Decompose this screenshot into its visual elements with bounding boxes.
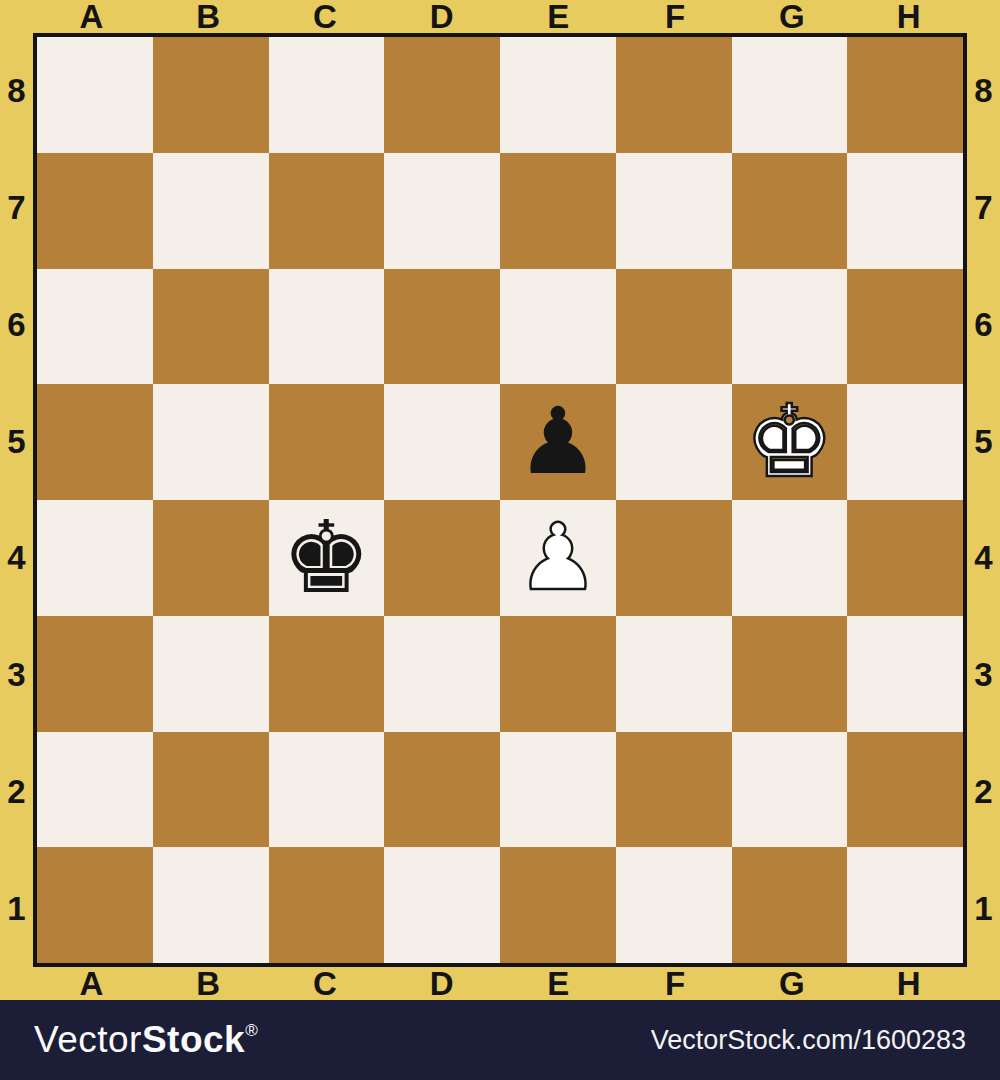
square-b8 xyxy=(153,37,269,153)
square-c7 xyxy=(269,153,385,269)
square-g6 xyxy=(732,269,848,385)
square-b6 xyxy=(153,269,269,385)
rank-label-left-4: 4 xyxy=(0,500,33,617)
file-label-bottom-a: A xyxy=(33,967,150,1000)
square-d4 xyxy=(384,500,500,616)
square-g1 xyxy=(732,847,848,963)
square-f8 xyxy=(616,37,732,153)
square-b2 xyxy=(153,732,269,848)
square-a2 xyxy=(37,732,153,848)
square-b3 xyxy=(153,616,269,732)
square-h1 xyxy=(847,847,963,963)
rank-label-left-8: 8 xyxy=(0,33,33,150)
rank-label-left-5: 5 xyxy=(0,383,33,500)
square-e6 xyxy=(500,269,616,385)
file-label-top-d: D xyxy=(383,0,500,33)
board-frame: ABCDEFGH ABCDEFGH 87654321 87654321 ♟♚♚♟ xyxy=(0,0,1000,1000)
black-king: ♚ xyxy=(282,508,372,608)
square-f2 xyxy=(616,732,732,848)
file-labels-bottom: ABCDEFGH xyxy=(33,967,967,1000)
file-label-top-h: H xyxy=(850,0,967,33)
file-label-bottom-h: H xyxy=(850,967,967,1000)
square-b7 xyxy=(153,153,269,269)
square-g7 xyxy=(732,153,848,269)
file-label-top-b: B xyxy=(150,0,267,33)
square-f5 xyxy=(616,384,732,500)
square-h7 xyxy=(847,153,963,269)
chess-board: ♟♚♚♟ xyxy=(33,33,967,967)
square-h2 xyxy=(847,732,963,848)
white-king: ♚ xyxy=(745,392,835,492)
white-pawn: ♟ xyxy=(517,512,599,604)
square-g8 xyxy=(732,37,848,153)
rank-labels-left: 87654321 xyxy=(0,33,33,967)
square-e8 xyxy=(500,37,616,153)
square-c3 xyxy=(269,616,385,732)
rank-label-right-6: 6 xyxy=(967,267,1000,384)
square-e7 xyxy=(500,153,616,269)
square-e1 xyxy=(500,847,616,963)
square-h3 xyxy=(847,616,963,732)
square-d1 xyxy=(384,847,500,963)
rank-label-right-3: 3 xyxy=(967,617,1000,734)
square-e2 xyxy=(500,732,616,848)
square-h6 xyxy=(847,269,963,385)
file-label-bottom-e: E xyxy=(500,967,617,1000)
watermark-bar: VectorStock® VectorStock.com/1600283 xyxy=(0,1000,1000,1080)
rank-label-left-2: 2 xyxy=(0,734,33,851)
file-label-bottom-g: G xyxy=(734,967,851,1000)
square-a5 xyxy=(37,384,153,500)
square-e5: ♟ xyxy=(500,384,616,500)
square-b5 xyxy=(153,384,269,500)
rank-label-left-3: 3 xyxy=(0,617,33,734)
square-a7 xyxy=(37,153,153,269)
square-c4: ♚ xyxy=(269,500,385,616)
file-label-bottom-f: F xyxy=(617,967,734,1000)
square-f1 xyxy=(616,847,732,963)
square-c8 xyxy=(269,37,385,153)
square-c2 xyxy=(269,732,385,848)
rank-labels-right: 87654321 xyxy=(967,33,1000,967)
square-a3 xyxy=(37,616,153,732)
square-e4: ♟ xyxy=(500,500,616,616)
square-d7 xyxy=(384,153,500,269)
square-a8 xyxy=(37,37,153,153)
vectorstock-logo: VectorStock® xyxy=(34,1019,258,1061)
rank-label-right-2: 2 xyxy=(967,734,1000,851)
square-b1 xyxy=(153,847,269,963)
file-label-bottom-c: C xyxy=(267,967,384,1000)
square-c5 xyxy=(269,384,385,500)
watermark-url-text: VectorStock.com/1600283 xyxy=(651,1025,966,1056)
square-e3 xyxy=(500,616,616,732)
rank-label-right-8: 8 xyxy=(967,33,1000,150)
registered-trademark-icon: ® xyxy=(245,1021,258,1040)
square-h5 xyxy=(847,384,963,500)
chess-diagram-image: ABCDEFGH ABCDEFGH 87654321 87654321 ♟♚♚♟… xyxy=(0,0,1000,1080)
file-label-bottom-b: B xyxy=(150,967,267,1000)
square-c6 xyxy=(269,269,385,385)
file-label-top-e: E xyxy=(500,0,617,33)
square-d8 xyxy=(384,37,500,153)
square-h8 xyxy=(847,37,963,153)
square-b4 xyxy=(153,500,269,616)
rank-label-left-7: 7 xyxy=(0,150,33,267)
square-c1 xyxy=(269,847,385,963)
rank-label-left-1: 1 xyxy=(0,850,33,967)
square-a6 xyxy=(37,269,153,385)
rank-label-right-7: 7 xyxy=(967,150,1000,267)
square-d3 xyxy=(384,616,500,732)
file-label-top-a: A xyxy=(33,0,150,33)
logo-text-vector: Vector xyxy=(34,1019,142,1060)
black-pawn: ♟ xyxy=(517,396,599,488)
rank-label-right-4: 4 xyxy=(967,500,1000,617)
square-d6 xyxy=(384,269,500,385)
rank-label-right-5: 5 xyxy=(967,383,1000,500)
square-g2 xyxy=(732,732,848,848)
file-labels-top: ABCDEFGH xyxy=(33,0,967,33)
rank-label-left-6: 6 xyxy=(0,267,33,384)
square-g4 xyxy=(732,500,848,616)
square-f6 xyxy=(616,269,732,385)
square-d2 xyxy=(384,732,500,848)
file-label-top-c: C xyxy=(267,0,384,33)
square-d5 xyxy=(384,384,500,500)
square-g3 xyxy=(732,616,848,732)
square-a1 xyxy=(37,847,153,963)
square-h4 xyxy=(847,500,963,616)
square-f4 xyxy=(616,500,732,616)
square-f7 xyxy=(616,153,732,269)
square-a4 xyxy=(37,500,153,616)
square-f3 xyxy=(616,616,732,732)
file-label-bottom-d: D xyxy=(383,967,500,1000)
rank-label-right-1: 1 xyxy=(967,850,1000,967)
file-label-top-g: G xyxy=(734,0,851,33)
file-label-top-f: F xyxy=(617,0,734,33)
logo-text-stock: Stock xyxy=(142,1019,245,1060)
square-g5: ♚ xyxy=(732,384,848,500)
